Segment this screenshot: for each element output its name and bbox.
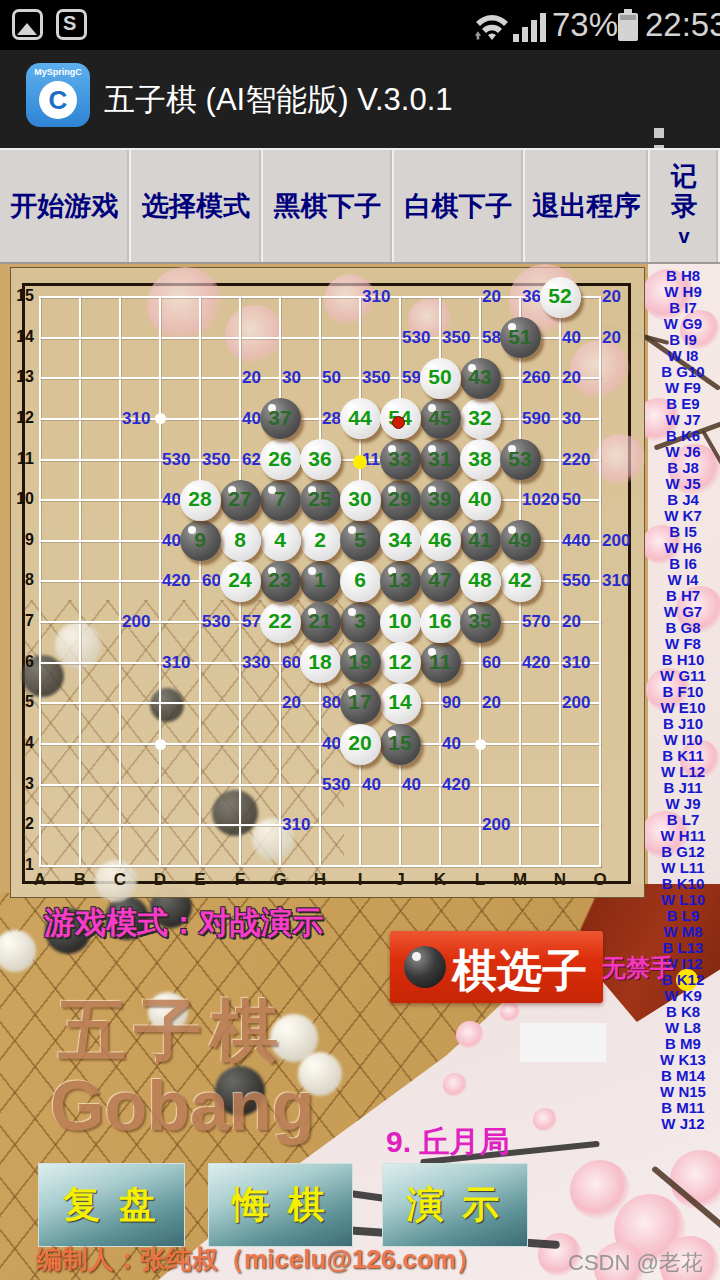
move-list-entry: W L11 [646,860,720,876]
piece-select-label: 棋选子 [452,941,587,1001]
move-list-entry: B H8 [646,268,720,284]
gallery-icon [12,9,43,40]
board-frame [22,283,631,884]
battery-percent: 73% [552,6,618,44]
move-list-entry: W J6 [646,444,720,460]
move-list-entry: B K10 [646,876,720,892]
move-list-entry: B H10 [646,652,720,668]
move-list-entry: B I6 [646,556,720,572]
move-list-entry: W L8 [646,1020,720,1036]
move-list-entry: W L12 [646,764,720,780]
move-list-entry: B K12 [646,972,720,988]
menu-item-record[interactable]: 记录v [650,150,720,262]
move-list-entry: W F8 [646,636,720,652]
move-list-entry: B F10 [646,684,720,700]
move-list-entry: B I9 [646,332,720,348]
move-list-entry: B G12 [646,844,720,860]
status-bar: S 73% 22:53 [0,0,720,50]
move-list-entry: B L7 [646,812,720,828]
menu-item-2[interactable]: 选择模式 [131,150,263,262]
move-list-entry: W L10 [646,892,720,908]
move-list-entry: B L9 [646,908,720,924]
black-stone-icon [404,946,446,988]
move-list-entry: B I5 [646,524,720,540]
move-list-entry: B I7 [646,300,720,316]
photo-stone-decoration [298,1052,342,1096]
move-list-entry: W H9 [646,284,720,300]
move-list-entry: W F9 [646,380,720,396]
blossom-decoration [533,1108,557,1132]
move-list-entry: W N15 [646,1084,720,1100]
move-list-entry: B K6 [646,428,720,444]
move-list-entry: B H7 [646,588,720,604]
move-list-entry: W J12 [646,1116,720,1132]
clock: 22:53 [645,6,720,44]
move-list-entry: W K7 [646,508,720,524]
battery-icon [617,9,639,41]
move-list-entry: B G8 [646,620,720,636]
move-list-entry: B M11 [646,1100,720,1116]
move-list-entry: W K13 [646,1052,720,1068]
move-list-entry: W J7 [646,412,720,428]
s-app-icon: S [56,9,87,40]
move-list-entry: W E10 [646,700,720,716]
menu-item-3[interactable]: 黑棋下子 [263,150,394,262]
move-list-entry: W K9 [646,988,720,1004]
move-list-entry: B G10 [646,364,720,380]
photo-stone-decoration [45,908,91,954]
menu-item-1[interactable]: 开始游戏 [0,150,131,262]
demo-button[interactable]: 演 示 [382,1163,528,1247]
move-list-entry: B E9 [646,396,720,412]
move-list-entry: B J11 [646,780,720,796]
blossom-decoration [456,1021,484,1049]
page: S 73% 22:53 MySpringC C 五子棋 (AI智能版) V.3.… [0,0,720,1280]
piece-select-button[interactable]: 棋选子 [390,931,603,1003]
menu-item-5[interactable]: 退出程序 [525,150,650,262]
move-list-entry: B M14 [646,1068,720,1084]
move-list-entry: B K8 [646,1004,720,1020]
app-title: 五子棋 (AI智能版) V.3.0.1 [104,79,453,121]
app-bar: MySpringC C 五子棋 (AI智能版) V.3.0.1 [0,50,720,148]
move-list-entry: W G9 [646,316,720,332]
photo-stone-decoration [215,1066,265,1116]
move-list-entry: W I12 [646,956,720,972]
move-list-entry: W J5 [646,476,720,492]
move-list-entry: W M8 [646,924,720,940]
undo-button[interactable]: 悔 棋 [208,1163,353,1247]
move-list-entry: B K11 [646,748,720,764]
move-list-entry: B M9 [646,1036,720,1052]
app-icon-letter: C [39,85,77,116]
blossom-decoration [443,1073,467,1097]
move-list-entry: B J8 [646,460,720,476]
move-list-entry: B J4 [646,492,720,508]
wifi-icon [473,10,511,44]
menu-bar: 开始游戏选择模式黑棋下子白棋下子退出程序记录v [0,148,720,264]
photo-stone-decoration [105,896,149,940]
move-list-entry: W I8 [646,348,720,364]
move-list-entry: W H11 [646,828,720,844]
move-list-entry: W G7 [646,604,720,620]
app-icon: MySpringC C [26,63,90,127]
move-list-entry: W J9 [646,796,720,812]
photo-stone-decoration [148,992,188,1032]
signal-icon [513,12,547,42]
move-list-entry: B J10 [646,716,720,732]
app-icon-label: MySpringC [26,67,90,77]
blossom-decoration [500,1002,520,1022]
move-list-entry: B L13 [646,940,720,956]
menu-item-4[interactable]: 白棋下子 [394,150,525,262]
move-list-entry: W G11 [646,668,720,684]
move-list-entry: W I10 [646,732,720,748]
move-list-entry: W I4 [646,572,720,588]
move-list-entry: W H6 [646,540,720,556]
replay-button[interactable]: 复 盘 [38,1163,185,1247]
